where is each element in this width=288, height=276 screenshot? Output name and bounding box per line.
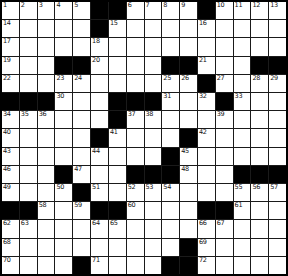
black-cell [251, 57, 268, 74]
white-cell[interactable]: 55 [234, 184, 251, 201]
white-cell[interactable] [145, 239, 162, 256]
clue-number: 34 [3, 111, 11, 118]
white-cell[interactable] [38, 75, 55, 92]
white-cell[interactable]: 32 [198, 93, 215, 110]
white-cell[interactable] [269, 20, 286, 37]
white-cell[interactable]: 69 [198, 239, 215, 256]
clue-number: 27 [217, 75, 225, 82]
clue-number: 71 [92, 257, 100, 264]
white-cell[interactable] [20, 166, 37, 183]
white-cell[interactable] [55, 20, 72, 37]
white-cell[interactable]: 62 [2, 220, 19, 237]
white-cell[interactable] [127, 38, 144, 55]
clue-number: 64 [92, 220, 100, 227]
black-cell [91, 202, 108, 219]
white-cell[interactable]: 2 [20, 2, 37, 19]
clue-number: 22 [3, 75, 11, 82]
white-cell[interactable]: 3 [38, 2, 55, 19]
white-cell[interactable] [180, 93, 197, 110]
white-cell[interactable]: 56 [251, 184, 268, 201]
white-cell[interactable]: 37 [127, 111, 144, 128]
white-cell[interactable]: 26 [180, 75, 197, 92]
white-cell[interactable]: 45 [180, 148, 197, 165]
white-cell[interactable] [91, 93, 108, 110]
white-cell[interactable] [180, 202, 197, 219]
black-cell [162, 148, 179, 165]
white-cell[interactable]: 43 [2, 148, 19, 165]
white-cell[interactable]: 66 [198, 220, 215, 237]
white-cell[interactable]: 24 [73, 75, 90, 92]
white-cell[interactable] [145, 20, 162, 37]
white-cell[interactable] [20, 57, 37, 74]
white-cell[interactable] [38, 148, 55, 165]
white-cell[interactable] [251, 93, 268, 110]
white-cell[interactable] [20, 257, 37, 274]
white-cell[interactable] [73, 148, 90, 165]
clue-number: 45 [181, 148, 189, 155]
clue-number: 10 [217, 2, 225, 9]
white-cell[interactable] [38, 239, 55, 256]
white-cell[interactable]: 33 [234, 93, 251, 110]
black-cell [198, 2, 215, 19]
white-cell[interactable] [145, 75, 162, 92]
clue-number: 16 [199, 20, 207, 27]
white-cell[interactable] [180, 184, 197, 201]
clue-number: 66 [199, 220, 207, 227]
white-cell[interactable] [127, 148, 144, 165]
black-cell [91, 129, 108, 146]
white-cell[interactable]: 5 [73, 2, 90, 19]
white-cell[interactable] [162, 129, 179, 146]
white-cell[interactable] [20, 148, 37, 165]
clue-number: 42 [199, 129, 207, 136]
clue-number: 58 [39, 202, 47, 209]
white-cell[interactable]: 65 [109, 220, 126, 237]
white-cell[interactable] [198, 184, 215, 201]
white-cell[interactable]: 10 [216, 2, 233, 19]
white-cell[interactable]: 36 [38, 111, 55, 128]
white-cell[interactable]: 18 [91, 38, 108, 55]
white-cell[interactable]: 40 [2, 129, 19, 146]
white-cell[interactable]: 17 [2, 38, 19, 55]
clue-number: 53 [146, 184, 154, 191]
white-cell[interactable] [127, 57, 144, 74]
white-cell[interactable] [20, 38, 37, 55]
white-cell[interactable]: 31 [162, 93, 179, 110]
white-cell[interactable]: 34 [2, 111, 19, 128]
black-cell [145, 166, 162, 183]
white-cell[interactable]: 41 [109, 129, 126, 146]
black-cell [198, 202, 215, 219]
white-cell[interactable]: 19 [2, 57, 19, 74]
white-cell[interactable] [162, 202, 179, 219]
white-cell[interactable]: 44 [91, 148, 108, 165]
white-cell[interactable]: 51 [91, 184, 108, 201]
clue-number: 43 [3, 148, 11, 155]
white-cell[interactable] [251, 38, 268, 55]
white-cell[interactable]: 46 [2, 166, 19, 183]
white-cell[interactable] [109, 257, 126, 274]
white-cell[interactable] [251, 239, 268, 256]
white-cell[interactable] [38, 38, 55, 55]
black-cell [109, 111, 126, 128]
white-cell[interactable] [91, 166, 108, 183]
white-cell[interactable]: 61 [234, 202, 251, 219]
black-cell [180, 239, 197, 256]
clue-number: 4 [56, 2, 60, 9]
white-cell[interactable] [198, 166, 215, 183]
white-cell[interactable]: 22 [2, 75, 19, 92]
white-cell[interactable]: 47 [73, 166, 90, 183]
black-cell [180, 129, 197, 146]
white-cell[interactable] [38, 257, 55, 274]
clue-number: 15 [110, 20, 118, 27]
white-cell[interactable] [73, 20, 90, 37]
white-cell[interactable]: 57 [269, 184, 286, 201]
white-cell[interactable] [216, 257, 233, 274]
white-cell[interactable] [216, 20, 233, 37]
white-cell[interactable]: 13 [269, 2, 286, 19]
white-cell[interactable]: 68 [2, 239, 19, 256]
clue-number: 47 [74, 166, 82, 173]
white-cell[interactable] [198, 111, 215, 128]
clue-number: 25 [163, 75, 171, 82]
white-cell[interactable] [55, 38, 72, 55]
clue-number: 24 [74, 75, 82, 82]
white-cell[interactable]: 25 [162, 75, 179, 92]
white-cell[interactable] [73, 239, 90, 256]
white-cell[interactable]: 63 [20, 220, 37, 237]
white-cell[interactable]: 35 [20, 111, 37, 128]
black-cell [234, 166, 251, 183]
clue-number: 36 [39, 111, 47, 118]
clue-number: 60 [128, 202, 136, 209]
white-cell[interactable] [180, 38, 197, 55]
black-cell [269, 57, 286, 74]
clue-number: 17 [3, 38, 11, 45]
white-cell[interactable] [38, 220, 55, 237]
white-cell[interactable] [73, 129, 90, 146]
clue-number: 1 [3, 2, 7, 9]
black-cell [91, 20, 108, 37]
clue-number: 62 [3, 220, 11, 227]
white-cell[interactable] [127, 129, 144, 146]
white-cell[interactable] [234, 57, 251, 74]
white-cell[interactable] [91, 239, 108, 256]
white-cell[interactable] [73, 220, 90, 237]
white-cell[interactable] [180, 20, 197, 37]
black-cell [127, 166, 144, 183]
clue-number: 44 [92, 148, 100, 155]
white-cell[interactable]: 16 [198, 20, 215, 37]
white-cell[interactable] [198, 38, 215, 55]
clue-number: 19 [3, 57, 11, 64]
white-cell[interactable]: 11 [234, 2, 251, 19]
white-cell[interactable] [91, 75, 108, 92]
black-cell [162, 166, 179, 183]
white-cell[interactable] [162, 38, 179, 55]
white-cell[interactable] [145, 57, 162, 74]
white-cell[interactable] [234, 20, 251, 37]
white-cell[interactable]: 53 [145, 184, 162, 201]
white-cell[interactable] [180, 111, 197, 128]
white-cell[interactable]: 60 [127, 202, 144, 219]
black-cell [162, 257, 179, 274]
white-cell[interactable] [109, 166, 126, 183]
white-cell[interactable]: 8 [162, 2, 179, 19]
white-cell[interactable] [251, 148, 268, 165]
clue-number: 20 [92, 57, 100, 64]
clue-number: 21 [199, 57, 207, 64]
black-cell [216, 202, 233, 219]
white-cell[interactable]: 28 [251, 75, 268, 92]
white-cell[interactable]: 70 [2, 257, 19, 274]
black-cell [73, 184, 90, 201]
white-cell[interactable]: 38 [145, 111, 162, 128]
clue-number: 33 [235, 93, 243, 100]
white-cell[interactable]: 50 [55, 184, 72, 201]
white-cell[interactable]: 9 [180, 2, 197, 19]
white-cell[interactable]: 27 [216, 75, 233, 92]
white-cell[interactable] [20, 20, 37, 37]
white-cell[interactable] [20, 129, 37, 146]
clue-number: 59 [74, 202, 82, 209]
white-cell[interactable]: 29 [269, 75, 286, 92]
white-cell[interactable] [55, 202, 72, 219]
white-cell[interactable] [269, 257, 286, 274]
clue-number: 14 [3, 20, 11, 27]
clue-number: 46 [3, 166, 11, 173]
white-cell[interactable]: 72 [198, 257, 215, 274]
black-cell [55, 166, 72, 183]
white-cell[interactable] [73, 93, 90, 110]
white-cell[interactable]: 7 [145, 2, 162, 19]
black-cell [216, 93, 233, 110]
white-cell[interactable]: 49 [2, 184, 19, 201]
white-cell[interactable] [145, 220, 162, 237]
white-cell[interactable] [234, 239, 251, 256]
white-cell[interactable] [73, 111, 90, 128]
white-cell[interactable] [216, 239, 233, 256]
white-cell[interactable] [145, 148, 162, 165]
white-cell[interactable]: 12 [251, 2, 268, 19]
white-cell[interactable] [269, 93, 286, 110]
white-cell[interactable] [269, 202, 286, 219]
white-cell[interactable] [109, 239, 126, 256]
white-cell[interactable] [109, 38, 126, 55]
clue-number: 40 [3, 129, 11, 136]
white-cell[interactable] [216, 129, 233, 146]
white-cell[interactable] [55, 239, 72, 256]
white-cell[interactable] [162, 220, 179, 237]
white-cell[interactable] [216, 166, 233, 183]
black-cell [73, 57, 90, 74]
clue-number: 13 [270, 2, 278, 9]
clue-number: 5 [74, 2, 78, 9]
white-cell[interactable] [216, 38, 233, 55]
white-cell[interactable] [234, 220, 251, 237]
clue-number: 72 [199, 257, 207, 264]
clue-number: 55 [235, 184, 243, 191]
clue-number: 63 [21, 220, 29, 227]
white-cell[interactable] [55, 129, 72, 146]
white-cell[interactable]: 59 [73, 202, 90, 219]
white-cell[interactable] [109, 184, 126, 201]
clue-number: 8 [163, 2, 167, 9]
white-cell[interactable] [127, 220, 144, 237]
black-cell [109, 202, 126, 219]
white-cell[interactable] [251, 129, 268, 146]
clue-number: 32 [199, 93, 207, 100]
black-cell [198, 75, 215, 92]
white-cell[interactable] [234, 257, 251, 274]
clue-number: 31 [163, 93, 171, 100]
black-cell [20, 93, 37, 110]
white-cell[interactable]: 4 [55, 2, 72, 19]
clue-number: 39 [217, 111, 225, 118]
clue-number: 69 [199, 239, 207, 246]
white-cell[interactable]: 1 [2, 2, 19, 19]
white-cell[interactable] [127, 75, 144, 92]
white-cell[interactable] [145, 257, 162, 274]
white-cell[interactable]: 52 [127, 184, 144, 201]
white-cell[interactable] [127, 20, 144, 37]
white-cell[interactable] [55, 220, 72, 237]
clue-number: 3 [39, 2, 43, 9]
white-cell[interactable] [109, 75, 126, 92]
white-cell[interactable] [269, 220, 286, 237]
white-cell[interactable] [145, 129, 162, 146]
clue-number: 70 [3, 257, 11, 264]
white-cell[interactable] [91, 111, 108, 128]
white-cell[interactable] [216, 57, 233, 74]
black-cell [251, 166, 268, 183]
white-cell[interactable] [269, 148, 286, 165]
white-cell[interactable] [234, 75, 251, 92]
white-cell[interactable] [127, 257, 144, 274]
clue-number: 51 [92, 184, 100, 191]
white-cell[interactable] [20, 184, 37, 201]
white-cell[interactable] [269, 239, 286, 256]
white-cell[interactable]: 48 [180, 166, 197, 183]
white-cell[interactable] [38, 166, 55, 183]
white-cell[interactable] [109, 57, 126, 74]
clue-number: 48 [181, 166, 189, 173]
white-cell[interactable] [216, 184, 233, 201]
clue-number: 12 [252, 2, 260, 9]
black-cell [20, 202, 37, 219]
white-cell[interactable]: 64 [91, 220, 108, 237]
white-cell[interactable] [55, 257, 72, 274]
white-cell[interactable] [109, 148, 126, 165]
clue-number: 61 [235, 202, 243, 209]
white-cell[interactable]: 58 [38, 202, 55, 219]
clue-number: 57 [270, 184, 278, 191]
clue-number: 50 [56, 184, 64, 191]
white-cell[interactable] [269, 38, 286, 55]
black-cell [145, 93, 162, 110]
clue-number: 7 [146, 2, 150, 9]
white-cell[interactable]: 39 [216, 111, 233, 128]
black-cell [127, 93, 144, 110]
clue-number: 2 [21, 2, 25, 9]
white-cell[interactable] [251, 20, 268, 37]
clue-number: 29 [270, 75, 278, 82]
clue-number: 28 [252, 75, 260, 82]
clue-number: 54 [163, 184, 171, 191]
white-cell[interactable]: 71 [91, 257, 108, 274]
white-cell[interactable]: 6 [127, 2, 144, 19]
white-cell[interactable] [145, 202, 162, 219]
white-cell[interactable] [234, 148, 251, 165]
clue-number: 6 [128, 2, 132, 9]
white-cell[interactable] [55, 148, 72, 165]
white-cell[interactable] [145, 38, 162, 55]
white-cell[interactable]: 67 [216, 220, 233, 237]
white-cell[interactable]: 42 [198, 129, 215, 146]
black-cell [2, 202, 19, 219]
white-cell[interactable] [180, 220, 197, 237]
clue-number: 56 [252, 184, 260, 191]
clue-number: 23 [56, 75, 64, 82]
white-cell[interactable]: 21 [198, 57, 215, 74]
white-cell[interactable] [162, 111, 179, 128]
clue-number: 41 [110, 129, 118, 136]
white-cell[interactable] [162, 239, 179, 256]
white-cell[interactable] [251, 257, 268, 274]
white-cell[interactable] [234, 111, 251, 128]
clue-number: 26 [181, 75, 189, 82]
white-cell[interactable] [38, 20, 55, 37]
black-cell [180, 257, 197, 274]
white-cell[interactable] [73, 38, 90, 55]
black-cell [55, 57, 72, 74]
white-cell[interactable] [198, 148, 215, 165]
white-cell[interactable] [251, 220, 268, 237]
white-cell[interactable] [38, 129, 55, 146]
white-cell[interactable] [269, 129, 286, 146]
crossword-grid: 1234567891011121314151617181920212223242… [0, 0, 288, 276]
white-cell[interactable]: 30 [55, 93, 72, 110]
white-cell[interactable]: 20 [91, 57, 108, 74]
clue-number: 38 [146, 111, 154, 118]
black-cell [109, 93, 126, 110]
white-cell[interactable] [234, 38, 251, 55]
white-cell[interactable] [20, 239, 37, 256]
white-cell[interactable] [216, 148, 233, 165]
white-cell[interactable] [38, 184, 55, 201]
white-cell[interactable] [251, 202, 268, 219]
black-cell [91, 2, 108, 19]
white-cell[interactable] [162, 20, 179, 37]
white-cell[interactable] [20, 75, 37, 92]
clue-number: 52 [128, 184, 136, 191]
white-cell[interactable]: 15 [109, 20, 126, 37]
white-cell[interactable]: 54 [162, 184, 179, 201]
white-cell[interactable]: 14 [2, 20, 19, 37]
white-cell[interactable] [269, 111, 286, 128]
white-cell[interactable] [234, 129, 251, 146]
white-cell[interactable] [127, 239, 144, 256]
white-cell[interactable] [38, 57, 55, 74]
black-cell [162, 57, 179, 74]
clue-number: 65 [110, 220, 118, 227]
clue-number: 11 [235, 2, 243, 9]
white-cell[interactable]: 23 [55, 75, 72, 92]
black-cell [73, 257, 90, 274]
white-cell[interactable] [251, 111, 268, 128]
white-cell[interactable] [55, 111, 72, 128]
